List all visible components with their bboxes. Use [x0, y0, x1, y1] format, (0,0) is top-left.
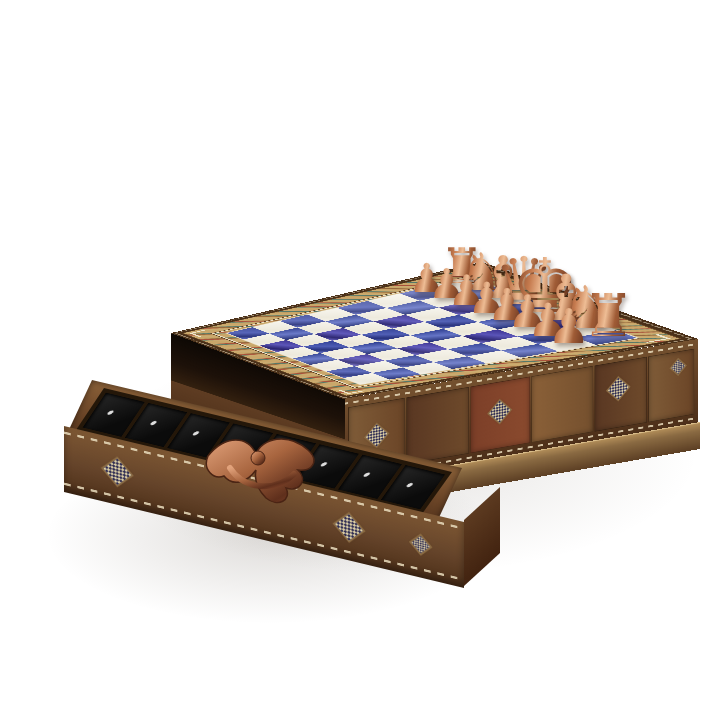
drawer-end-face [464, 487, 500, 586]
checker-inlay-motif [411, 536, 430, 554]
checker-inlay-motif [335, 514, 363, 541]
wood-panel [531, 366, 593, 443]
drawer-handle[interactable] [196, 428, 332, 514]
piece-pawn-h7[interactable]: ♟ [547, 302, 590, 350]
drawer-end-wood [464, 487, 500, 586]
chess-set-photo: ♜♞♝♛♚♝♞♜♟♟♟♟♟♟♟♟ [0, 0, 720, 720]
checker-inlay-motif [103, 458, 131, 485]
wood-panel [406, 387, 469, 465]
wood-panel [648, 349, 694, 423]
